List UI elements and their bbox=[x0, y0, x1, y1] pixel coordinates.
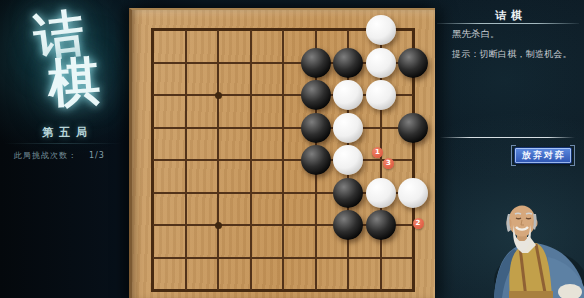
hint-text: 提示：切断白棋，制造机会。 bbox=[452, 48, 572, 61]
stone-black bbox=[301, 48, 331, 78]
stone-white bbox=[366, 80, 396, 110]
puzzle-calligraphy-title: 诘 棋 bbox=[0, 0, 129, 115]
left-divider bbox=[4, 143, 122, 144]
stone-white bbox=[366, 178, 396, 208]
star-point bbox=[215, 222, 222, 229]
grid-line-horizontal bbox=[153, 159, 413, 161]
stone-white bbox=[366, 48, 396, 78]
stone-white bbox=[333, 80, 363, 110]
right-panel: 诘棋 黑先杀白。 提示：切断白棋，制造机会。 放弃对弈 bbox=[433, 0, 584, 298]
stone-black bbox=[333, 178, 363, 208]
stone-black bbox=[398, 113, 428, 143]
give-up-button[interactable]: 放弃对弈 bbox=[514, 147, 572, 164]
go-board[interactable]: 132 bbox=[129, 8, 435, 298]
stone-black bbox=[366, 210, 396, 240]
npc-portrait bbox=[490, 195, 584, 298]
button-divider bbox=[440, 137, 575, 138]
stone-white bbox=[333, 145, 363, 175]
left-panel: 诘 棋 第五局 此局挑战次数：1/3 bbox=[0, 0, 129, 298]
stone-black bbox=[333, 48, 363, 78]
stone-white bbox=[333, 113, 363, 143]
stone-white bbox=[366, 15, 396, 45]
stone-black bbox=[301, 145, 331, 175]
move-badge: 1 bbox=[372, 147, 383, 158]
stone-black bbox=[301, 113, 331, 143]
stage-label: 第五局 bbox=[0, 125, 129, 140]
stone-white bbox=[398, 178, 428, 208]
stone-black bbox=[301, 80, 331, 110]
title-underline bbox=[437, 23, 579, 24]
attempts-label: 此局挑战次数： bbox=[14, 151, 77, 160]
move-badge: 3 bbox=[383, 158, 394, 169]
attempts-value: 1/3 bbox=[89, 151, 105, 160]
objective-text: 黑先杀白。 bbox=[452, 28, 500, 41]
panel-title: 诘棋 bbox=[433, 8, 584, 23]
star-point bbox=[215, 92, 222, 99]
attempts-counter: 此局挑战次数：1/3 bbox=[14, 150, 105, 161]
grid-line-horizontal bbox=[153, 257, 413, 259]
game-screen: 诘 棋 第五局 此局挑战次数：1/3 132 诘棋 黑先杀白。 提示：切断白棋，… bbox=[0, 0, 584, 298]
stone-black bbox=[398, 48, 428, 78]
stone-black bbox=[333, 210, 363, 240]
calligraphy-char-2: 棋 bbox=[46, 46, 103, 119]
move-badge: 2 bbox=[413, 218, 424, 229]
